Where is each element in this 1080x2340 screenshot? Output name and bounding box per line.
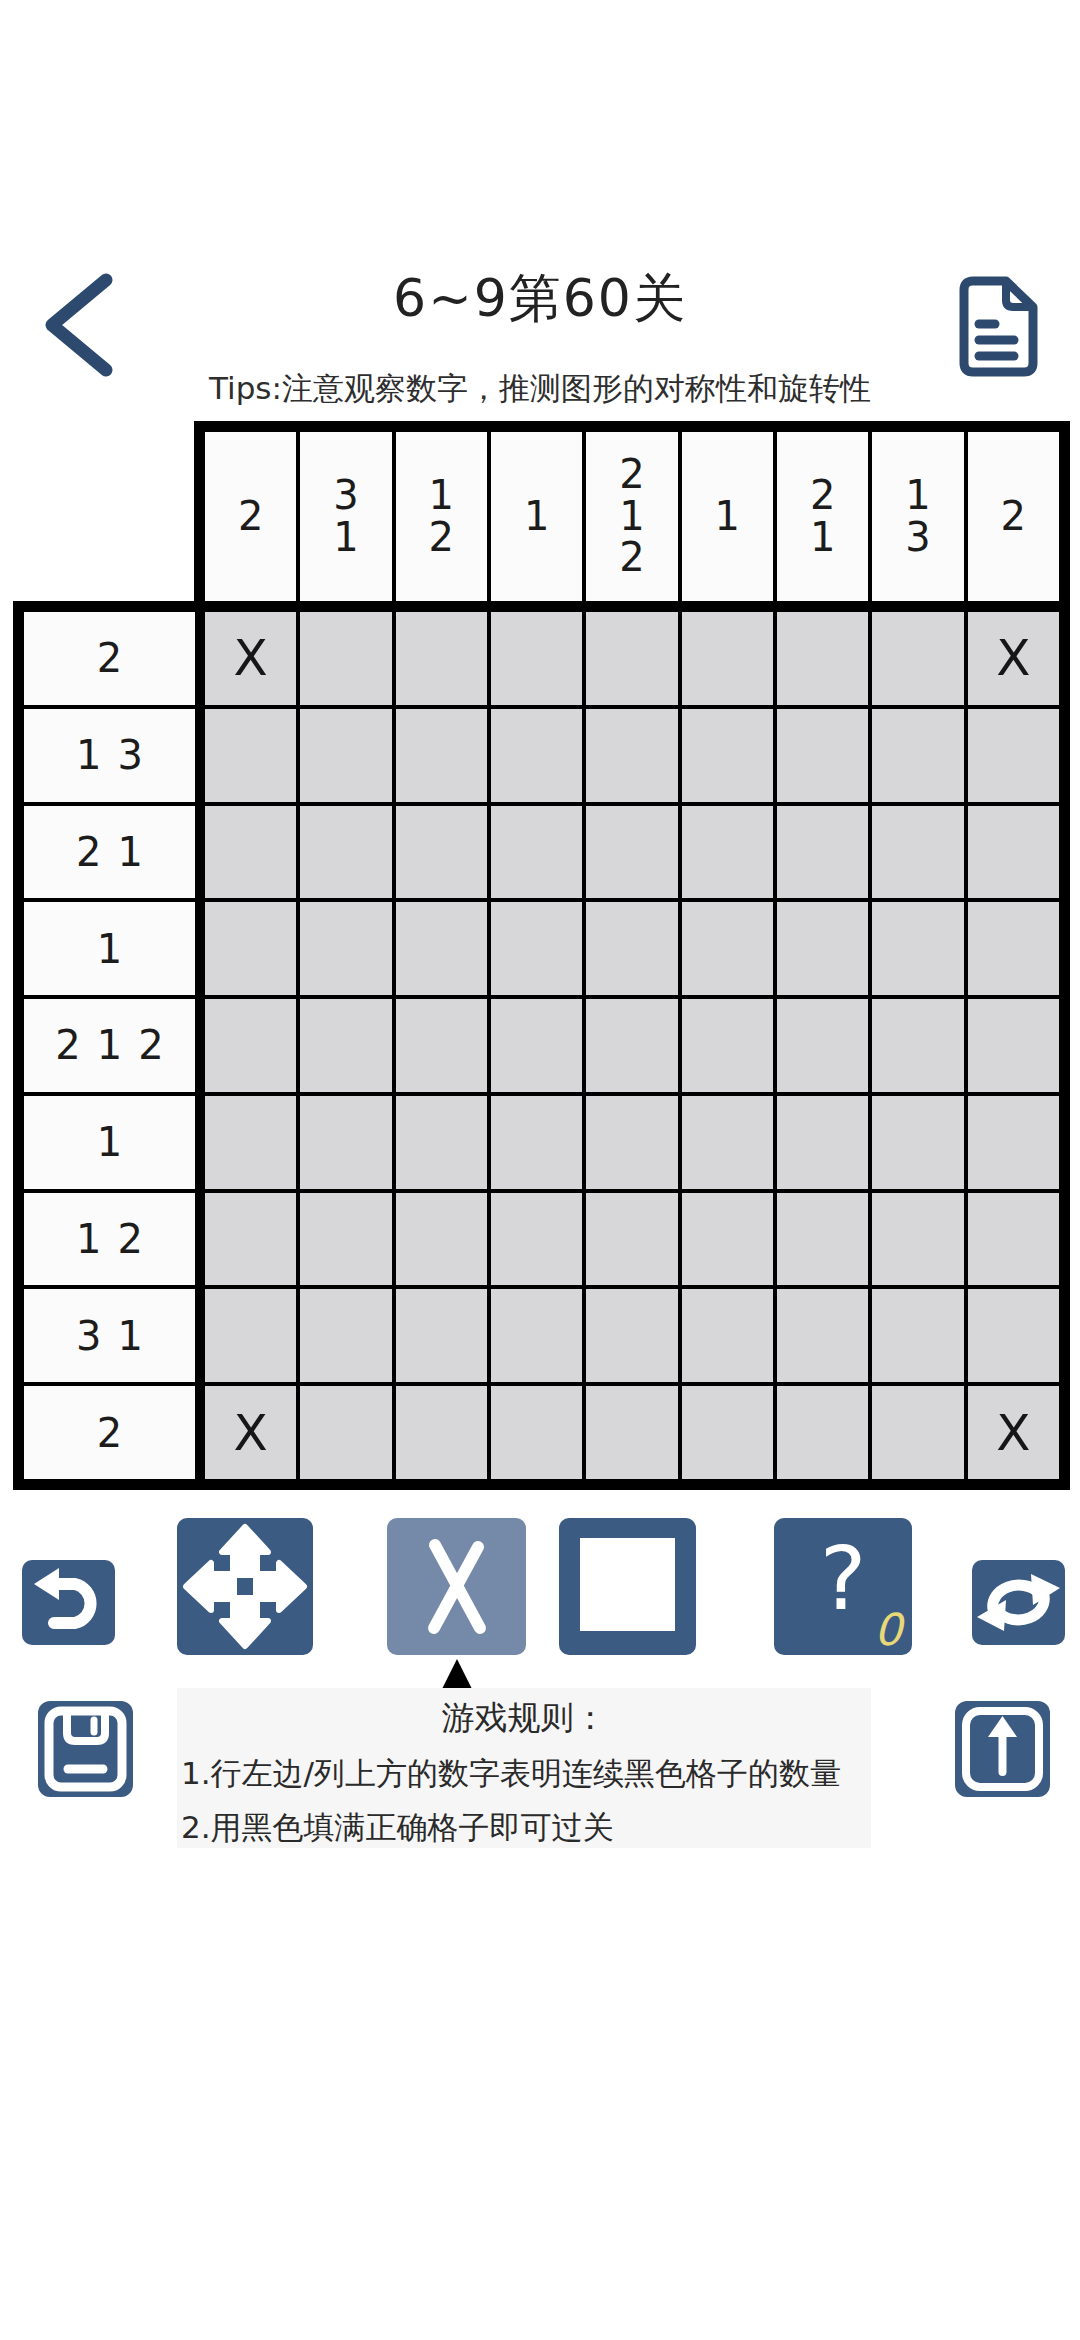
grid-cell-r9c8[interactable]	[872, 1386, 963, 1479]
app-screen: 6~9第60关 Tips:注意观察数字，推测图形的对称性和旋转性 2311212…	[0, 0, 1080, 2340]
grid-cell-r2c3[interactable]	[396, 709, 487, 802]
grid-cell-r5c9[interactable]	[968, 999, 1059, 1092]
grid-cell-r3c5[interactable]	[586, 806, 677, 899]
save-floppy-icon	[38, 1701, 133, 1797]
col-clue-5: 212	[586, 432, 677, 601]
grid-cell-r2c5[interactable]	[586, 709, 677, 802]
row-clue-2: 13	[24, 709, 195, 802]
grid-cell-r4c8[interactable]	[872, 902, 963, 995]
row-clue-1: 2	[24, 612, 195, 705]
grid-cell-r9c2[interactable]	[300, 1386, 391, 1479]
grid-cell-r1c8[interactable]	[872, 612, 963, 705]
row-clue-8: 31	[24, 1289, 195, 1382]
level-list-button[interactable]	[956, 276, 1040, 378]
grid-cell-r4c6[interactable]	[682, 902, 773, 995]
grid-cell-r2c8[interactable]	[872, 709, 963, 802]
share-upload-icon	[955, 1701, 1050, 1797]
board: 213211212112312 XXXX	[13, 601, 1070, 1490]
grid-cell-r8c3[interactable]	[396, 1289, 487, 1382]
grid-cell-r7c8[interactable]	[872, 1193, 963, 1286]
grid-cell-r6c5[interactable]	[586, 1096, 677, 1189]
grid-cell-r5c1[interactable]	[205, 999, 296, 1092]
grid-cell-r3c9[interactable]	[968, 806, 1059, 899]
grid-cell-r1c2[interactable]	[300, 612, 391, 705]
grid-cell-r8c7[interactable]	[777, 1289, 868, 1382]
grid-cell-r1c9[interactable]: X	[968, 612, 1059, 705]
grid-cell-r5c5[interactable]	[586, 999, 677, 1092]
grid-cell-r3c6[interactable]	[682, 806, 773, 899]
grid-cell-r5c8[interactable]	[872, 999, 963, 1092]
row-clue-7: 12	[24, 1193, 195, 1286]
grid-cell-r3c7[interactable]	[777, 806, 868, 899]
grid-cell-r7c6[interactable]	[682, 1193, 773, 1286]
row-clue-3: 21	[24, 806, 195, 899]
grid-cell-r9c6[interactable]	[682, 1386, 773, 1479]
row-clue-4: 1	[24, 902, 195, 995]
tips-text: Tips:注意观察数字，推测图形的对称性和旋转性	[0, 368, 1080, 410]
grid-cell-r7c7[interactable]	[777, 1193, 868, 1286]
game-rules: 游戏规则： 1.行左边/列上方的数字表明连续黑色格子的数量 2.用黑色填满正确格…	[177, 1688, 871, 1848]
grid-cell-r6c6[interactable]	[682, 1096, 773, 1189]
move-button[interactable]	[177, 1518, 313, 1655]
grid-cell-r9c1[interactable]: X	[205, 1386, 296, 1479]
grid-cell-r4c3[interactable]	[396, 902, 487, 995]
grid-cell-r4c2[interactable]	[300, 902, 391, 995]
grid-cell-r1c1[interactable]: X	[205, 612, 296, 705]
grid-cell-r6c2[interactable]	[300, 1096, 391, 1189]
refresh-icon	[972, 1560, 1065, 1645]
grid-cell-r6c1[interactable]	[205, 1096, 296, 1189]
grid-cell-r2c7[interactable]	[777, 709, 868, 802]
hint-count: 0	[874, 1604, 902, 1655]
x-mark-icon	[387, 1518, 526, 1655]
grid-cell-r8c5[interactable]	[586, 1289, 677, 1382]
grid-cell-r5c7[interactable]	[777, 999, 868, 1092]
mark-x-tool-button[interactable]	[387, 1518, 526, 1655]
grid-cell-r7c9[interactable]	[968, 1193, 1059, 1286]
grid-cell-r8c8[interactable]	[872, 1289, 963, 1382]
row-clue-5: 212	[24, 999, 195, 1092]
grid-cell-r8c4[interactable]	[491, 1289, 582, 1382]
grid-cell-r3c1[interactable]	[205, 806, 296, 899]
grid-cell-r1c6[interactable]	[682, 612, 773, 705]
grid-cell-r3c4[interactable]	[491, 806, 582, 899]
restart-button[interactable]	[972, 1560, 1065, 1645]
grid-cell-r7c5[interactable]	[586, 1193, 677, 1286]
col-clue-2: 31	[300, 432, 391, 601]
grid-cell-r3c8[interactable]	[872, 806, 963, 899]
row-clues: 213211212112312	[24, 612, 195, 1479]
grid-cell-r1c7[interactable]	[777, 612, 868, 705]
grid-cell-r7c3[interactable]	[396, 1193, 487, 1286]
grid-cell-r6c9[interactable]	[968, 1096, 1059, 1189]
grid-cell-r2c4[interactable]	[491, 709, 582, 802]
row-clue-6: 1	[24, 1096, 195, 1189]
grid-cell-r4c5[interactable]	[586, 902, 677, 995]
hint-button[interactable]: ? 0	[774, 1518, 912, 1655]
grid-cell-r2c2[interactable]	[300, 709, 391, 802]
page-title: 6~9第60关	[0, 264, 1080, 334]
share-button[interactable]	[955, 1701, 1050, 1797]
grid-cell-r4c1[interactable]	[205, 902, 296, 995]
grid-cell-r9c4[interactable]	[491, 1386, 582, 1479]
grid-cell-r6c7[interactable]	[777, 1096, 868, 1189]
empty-cell-tool-button[interactable]	[559, 1518, 696, 1655]
col-clue-4: 1	[491, 432, 582, 601]
puzzle-grid: XXXX	[205, 612, 1059, 1479]
col-clue-6: 1	[682, 432, 773, 601]
grid-cell-r5c4[interactable]	[491, 999, 582, 1092]
grid-cell-r6c3[interactable]	[396, 1096, 487, 1189]
undo-icon	[22, 1560, 115, 1645]
clue-grid-divider	[195, 612, 205, 1479]
empty-square-icon	[580, 1538, 675, 1631]
rules-line-1: 1.行左边/列上方的数字表明连续黑色格子的数量	[177, 1753, 871, 1795]
grid-cell-r8c9[interactable]	[968, 1289, 1059, 1382]
col-clue-1: 2	[205, 432, 296, 601]
grid-cell-r8c1[interactable]	[205, 1289, 296, 1382]
grid-cell-r1c5[interactable]	[586, 612, 677, 705]
column-clues: 231121212121132	[194, 421, 1070, 601]
grid-cell-r8c2[interactable]	[300, 1289, 391, 1382]
grid-cell-r1c3[interactable]	[396, 612, 487, 705]
grid-cell-r5c6[interactable]	[682, 999, 773, 1092]
grid-cell-r9c5[interactable]	[586, 1386, 677, 1479]
col-clue-9: 2	[968, 432, 1059, 601]
col-clue-8: 13	[872, 432, 963, 601]
grid-cell-r2c1[interactable]	[205, 709, 296, 802]
grid-cell-r2c6[interactable]	[682, 709, 773, 802]
move-icon	[177, 1518, 313, 1655]
grid-cell-r2c9[interactable]	[968, 709, 1059, 802]
row-clue-9: 2	[24, 1386, 195, 1479]
undo-button[interactable]	[22, 1560, 115, 1645]
grid-cell-r6c4[interactable]	[491, 1096, 582, 1189]
document-icon	[964, 281, 1033, 372]
col-clue-3: 12	[396, 432, 487, 601]
grid-cell-r7c4[interactable]	[491, 1193, 582, 1286]
grid-cell-r4c7[interactable]	[777, 902, 868, 995]
save-button[interactable]	[38, 1701, 133, 1797]
grid-cell-r9c3[interactable]	[396, 1386, 487, 1479]
col-clue-7: 21	[777, 432, 868, 601]
grid-cell-r3c3[interactable]	[396, 806, 487, 899]
rules-line-2: 2.用黑色填满正确格子即可过关	[177, 1807, 871, 1849]
grid-cell-r4c4[interactable]	[491, 902, 582, 995]
grid-cell-r8c6[interactable]	[682, 1289, 773, 1382]
grid-cell-r9c7[interactable]	[777, 1386, 868, 1479]
grid-cell-r4c9[interactable]	[968, 902, 1059, 995]
grid-cell-r6c8[interactable]	[872, 1096, 963, 1189]
grid-cell-r7c2[interactable]	[300, 1193, 391, 1286]
grid-cell-r5c2[interactable]	[300, 999, 391, 1092]
grid-cell-r1c4[interactable]	[491, 612, 582, 705]
grid-cell-r9c9[interactable]: X	[968, 1386, 1059, 1479]
grid-cell-r7c1[interactable]	[205, 1193, 296, 1286]
grid-cell-r3c2[interactable]	[300, 806, 391, 899]
grid-cell-r5c3[interactable]	[396, 999, 487, 1092]
rules-title: 游戏规则：	[177, 1696, 871, 1741]
